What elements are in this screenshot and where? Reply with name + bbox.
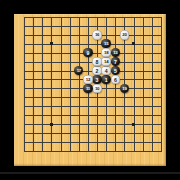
grid-cell [70,17,79,26]
grid-cell [24,71,33,80]
grid-cell [106,133,115,142]
grid-cell [134,71,143,80]
grid-cell [143,17,152,26]
grid-cell [61,124,70,133]
grid-cell [152,79,161,88]
move-number: 16 [95,32,99,37]
grid-cell [33,71,42,80]
grid-cell [51,97,60,106]
grid-cell [42,133,51,142]
grid-cell [143,79,152,88]
move-number: 12 [86,77,90,82]
grid-cell [70,79,79,88]
grid-cell [88,17,97,26]
grid-cell [70,88,79,97]
move-number: 19 [122,86,126,91]
grid-cell [115,17,124,26]
grid-cell [134,142,143,151]
grid-cell [152,71,161,80]
grid-cell [24,97,33,106]
grid-cell [33,44,42,53]
grid-cell [134,106,143,115]
grid-cell [134,26,143,35]
grid-cell [97,106,106,115]
grid-cell [115,133,124,142]
grid-cell [152,133,161,142]
grid-cell [61,44,70,53]
grid-cell [70,44,79,53]
move-number: 20 [122,32,126,37]
grid-cell [24,106,33,115]
grid-cell [115,115,124,124]
grid-cell [79,115,88,124]
grid-cell [70,26,79,35]
grid-cell [51,142,60,151]
stone-black-11: 11 [83,84,92,93]
grid-cell [143,115,152,124]
move-number: 14 [104,59,108,64]
grid-cell [152,124,161,133]
grid-cell [79,124,88,133]
grid-cell [42,97,51,106]
stone-black-9: 9 [83,48,92,57]
grid-cell [134,97,143,106]
grid-cell [79,106,88,115]
grid-cell [24,142,33,151]
grid-cell [33,17,42,26]
grid-cell [124,62,133,71]
grid-cell [115,124,124,133]
grid-cell [134,17,143,26]
grid-cell [24,115,33,124]
move-number: 5 [114,67,117,73]
grid-cell [124,142,133,151]
move-number: 4 [105,67,108,73]
star-point [132,42,135,45]
grid-cell [61,88,70,97]
move-number: 15 [104,41,108,46]
grid-cell [24,44,33,53]
grid-cell [152,62,161,71]
grid-cell [61,97,70,106]
grid-cell [33,106,42,115]
grid-cell [61,53,70,62]
stone-white-16: 16 [92,30,101,39]
stone-white-20: 20 [120,30,129,39]
stone-white-12: 12 [83,75,92,84]
grid-cell [134,79,143,88]
grid-cell [42,53,51,62]
grid-cell [124,97,133,106]
grid-cell [124,53,133,62]
grid-cell [79,26,88,35]
grid-cell [24,124,33,133]
grid-cell [33,133,42,142]
stone-black-3: 3 [92,75,101,84]
grid-cell [51,79,60,88]
grid-cell [88,115,97,124]
grid-cell [106,88,115,97]
grid-cell [152,97,161,106]
grid-cell [42,106,51,115]
grid-cell [124,71,133,80]
move-number: 3 [96,76,99,82]
grid-cell [143,53,152,62]
grid-cell [115,106,124,115]
grid-cell [143,106,152,115]
grid-cell [115,142,124,151]
move-number: 10 [95,86,99,91]
grid-cell [152,142,161,151]
grid-cell [79,17,88,26]
grid-cell [143,133,152,142]
grid-cell [33,115,42,124]
grid-cell [152,106,161,115]
stone-white-2: 2 [92,66,101,75]
stone-white-8: 8 [92,57,101,66]
grid-cell [106,97,115,106]
grid-cell [88,142,97,151]
grid-cell [143,88,152,97]
grid-cell [42,88,51,97]
grid-cell [79,133,88,142]
move-number: 6 [114,76,117,82]
grid-cell [143,142,152,151]
grid-cell [61,106,70,115]
stone-white-4: 4 [101,66,110,75]
grid-cell [106,17,115,26]
grid-cell [24,17,33,26]
grid-cell [152,115,161,124]
grid-cell [97,17,106,26]
grid-cell [61,142,70,151]
grid-cell [61,17,70,26]
grid-cell [51,133,60,142]
grid-cell [143,124,152,133]
grid-cell [51,26,60,35]
move-number: 2 [96,67,99,73]
grid-cell [152,88,161,97]
stone-black-1: 1 [101,75,110,84]
star-point [50,123,53,126]
grid-cell [42,62,51,71]
grid-cell [106,26,115,35]
grid-cell [70,133,79,142]
grid-cell [152,17,161,26]
grid-cell [24,133,33,142]
grid-cell [106,106,115,115]
grid-cell [61,35,70,44]
grid-cell [61,26,70,35]
go-board[interactable]: 1234567891011121314151617181920 [14,14,166,166]
bottom-divider [0,172,180,174]
grid-cell [61,115,70,124]
grid-cell [42,26,51,35]
grid-cell [24,79,33,88]
grid-cell [24,35,33,44]
move-number: 17 [77,68,81,73]
grid-cell [152,35,161,44]
grid-cell [24,88,33,97]
grid-cell [152,53,161,62]
grid-cell [51,53,60,62]
grid-cell [42,79,51,88]
grid-cell [51,62,60,71]
grid-cell [33,88,42,97]
grid-cell [143,62,152,71]
grid-cell [70,53,79,62]
grid-cell [33,97,42,106]
grid-cell [33,35,42,44]
grid-cell [33,26,42,35]
grid-cell [134,62,143,71]
grid-cell [97,142,106,151]
grid-cell [70,124,79,133]
grid-cell [51,106,60,115]
grid-cell [143,44,152,53]
screen: 1234567891011121314151617181920 [0,0,180,180]
grid-cell [115,97,124,106]
grid-cell [88,133,97,142]
stone-white-10: 10 [92,84,101,93]
grid-cell [33,53,42,62]
grid-cell [33,79,42,88]
grid-cell [61,62,70,71]
grid-cell [124,133,133,142]
grid-cell [79,35,88,44]
move-number: 9 [86,50,89,56]
grid-cell [134,53,143,62]
grid-cell [70,35,79,44]
grid-cell [51,71,60,80]
grid-cell [24,62,33,71]
grid-cell [51,17,60,26]
grid-cell [33,62,42,71]
grid-cell [143,35,152,44]
grid-cell [33,124,42,133]
grid-cell [124,17,133,26]
grid-cell [124,106,133,115]
grid-cell [42,142,51,151]
grid-cell [143,97,152,106]
grid-cell [143,71,152,80]
grid-cell [152,26,161,35]
move-number: 18 [104,50,108,55]
star-point [132,123,135,126]
star-point [50,42,53,45]
grid-cell [143,26,152,35]
grid-cell [79,142,88,151]
grid-cell [42,71,51,80]
grid-cell [106,142,115,151]
grid-cell [24,26,33,35]
grid-cell [88,124,97,133]
grid-cell [70,142,79,151]
grid-cell [97,97,106,106]
grid-cell [79,97,88,106]
grid-cell [61,71,70,80]
grid-cell [70,97,79,106]
grid-cell [97,115,106,124]
grid-cell [97,124,106,133]
grid-cell [42,17,51,26]
grid-cell [70,106,79,115]
grid-cell [70,115,79,124]
grid-cell [61,133,70,142]
grid-cell [152,44,161,53]
grid-cell [88,97,97,106]
grid-cell [24,53,33,62]
move-number: 7 [114,58,117,64]
grid-cell [61,79,70,88]
grid-cell [134,88,143,97]
move-number: 11 [86,86,90,91]
move-number: 1 [105,76,108,82]
grid-cell [106,124,115,133]
grid-cell [97,133,106,142]
grid-cell [51,88,60,97]
grid-cell [88,106,97,115]
grid-cell [134,133,143,142]
move-number: 13 [113,50,117,55]
grid-cell [106,115,115,124]
move-number: 8 [96,58,99,64]
grid-cell [33,142,42,151]
